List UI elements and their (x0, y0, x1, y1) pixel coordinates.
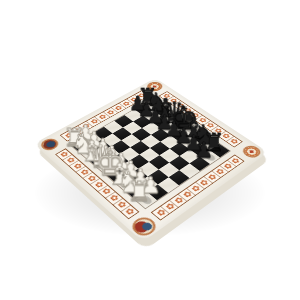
corner-medallion-h8 (239, 143, 263, 160)
product-photo-stage: ✿✿✿✿✿✿✿✿✿✿ ✿✿✿✿✿✿✿✿✿✿ ✿✿✿✿✿✿✿✿✿✿ ✿✿✿✿✿✿✿… (0, 0, 300, 300)
square-h7[interactable]: ♟ (200, 150, 220, 164)
rosette-flower-icon: ✿ (196, 177, 213, 189)
rosette-flower-icon: ✿ (121, 205, 138, 218)
square-h1[interactable]: ♜ (135, 192, 157, 208)
white-rook[interactable]: ♜ (116, 178, 162, 206)
black-pawn[interactable]: ♟ (182, 140, 225, 161)
rosette-flower-icon: ✿ (103, 108, 118, 117)
